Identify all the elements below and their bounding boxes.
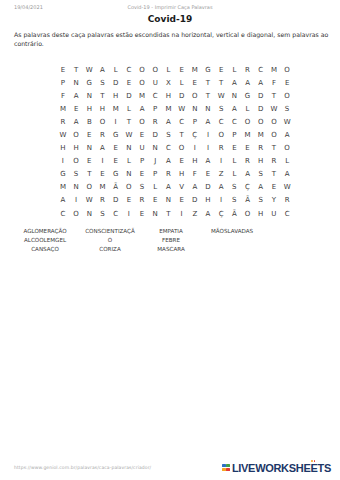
grid-cell-r1c2[interactable]: T bbox=[70, 63, 83, 76]
grid-cell-r8c5[interactable]: E bbox=[109, 155, 122, 168]
grid-cell-r7c3[interactable]: N bbox=[83, 142, 96, 155]
grid-cell-r9c4[interactable]: E bbox=[96, 168, 109, 181]
grid-cell-r5c15[interactable]: O bbox=[241, 115, 254, 128]
grid-cell-r11c13[interactable]: I bbox=[215, 194, 228, 207]
grid-cell-r9c5[interactable]: G bbox=[109, 168, 122, 181]
grid-cell-r8c17[interactable]: R bbox=[267, 155, 280, 168]
grid-cell-r3c17[interactable]: T bbox=[267, 89, 280, 102]
puzzle-instructions: As palavras deste caça palavras estão es… bbox=[14, 31, 332, 49]
grid-cell-r12c16[interactable]: H bbox=[254, 207, 267, 220]
grid-cell-r4c1[interactable]: M bbox=[56, 102, 69, 115]
grid-cell-r2c10[interactable]: L bbox=[175, 76, 188, 89]
grid-cell-r4c5[interactable]: M bbox=[109, 102, 122, 115]
grid-cell-r5c2[interactable]: A bbox=[70, 115, 83, 128]
grid-cell-r10c14[interactable]: S bbox=[228, 181, 241, 194]
grid-cell-r4c10[interactable]: W bbox=[175, 102, 188, 115]
grid-cell-r6c15[interactable]: M bbox=[241, 128, 254, 141]
grid-cell-r7c9[interactable]: C bbox=[162, 142, 175, 155]
grid-cell-r5c1[interactable]: R bbox=[56, 115, 69, 128]
grid-cell-r4c6[interactable]: L bbox=[122, 102, 135, 115]
word-list-item: MÃOSLAVADAS bbox=[200, 227, 264, 236]
grid-cell-r1c1[interactable]: E bbox=[56, 63, 69, 76]
grid-cell-r8c14[interactable]: L bbox=[228, 155, 241, 168]
grid-cell-r3c16[interactable]: D bbox=[254, 89, 267, 102]
grid-cell-r1c18[interactable]: O bbox=[281, 63, 294, 76]
grid-cell-r6c1[interactable]: W bbox=[56, 128, 69, 141]
grid-cell-r11c11[interactable]: D bbox=[188, 194, 201, 207]
grid-cell-r3c3[interactable]: N bbox=[83, 89, 96, 102]
grid-cell-r8c15[interactable]: R bbox=[241, 155, 254, 168]
puzzle-title: Covid-19 bbox=[0, 14, 340, 24]
grid-cell-r8c7[interactable]: P bbox=[135, 155, 148, 168]
grid-cell-r10c1[interactable]: M bbox=[56, 181, 69, 194]
grid-cell-r7c5[interactable]: E bbox=[109, 142, 122, 155]
grid-cell-r5c5[interactable]: I bbox=[109, 115, 122, 128]
grid-cell-r10c7[interactable]: S bbox=[135, 181, 148, 194]
grid-cell-r2c5[interactable]: D bbox=[109, 76, 122, 89]
grid-cell-r4c8[interactable]: P bbox=[149, 102, 162, 115]
grid-cell-r2c8[interactable]: U bbox=[149, 76, 162, 89]
grid-cell-r5c3[interactable]: B bbox=[83, 115, 96, 128]
grid-cell-r11c15[interactable]: Ã bbox=[241, 194, 254, 207]
grid-cell-r1c13[interactable]: E bbox=[215, 63, 228, 76]
grid-cell-r1c5[interactable]: L bbox=[109, 63, 122, 76]
grid-cell-r10c15[interactable]: Ç bbox=[241, 181, 254, 194]
grid-cell-r2c18[interactable]: E bbox=[281, 76, 294, 89]
grid-cell-r2c3[interactable]: G bbox=[83, 76, 96, 89]
grid-cell-r1c6[interactable]: C bbox=[122, 63, 135, 76]
grid-cell-r2c11[interactable]: E bbox=[188, 76, 201, 89]
grid-cell-r1c4[interactable]: A bbox=[96, 63, 109, 76]
grid-cell-r5c7[interactable]: O bbox=[135, 115, 148, 128]
grid-cell-r1c16[interactable]: C bbox=[254, 63, 267, 76]
grid-cell-r12c5[interactable]: C bbox=[109, 207, 122, 220]
grid-cell-r7c6[interactable]: N bbox=[122, 142, 135, 155]
grid-cell-r9c18[interactable]: A bbox=[281, 168, 294, 181]
grid-cell-r11c18[interactable]: R bbox=[281, 194, 294, 207]
grid-cell-r3c11[interactable]: O bbox=[188, 89, 201, 102]
grid-cell-r5c8[interactable]: R bbox=[149, 115, 162, 128]
word-list-column-4: MÃOSLAVADAS bbox=[200, 227, 264, 254]
grid-cell-r6c8[interactable]: D bbox=[149, 128, 162, 141]
grid-cell-r8c6[interactable]: L bbox=[122, 155, 135, 168]
grid-cell-r12c9[interactable]: T bbox=[162, 207, 175, 220]
grid-cell-r8c1[interactable]: I bbox=[56, 155, 69, 168]
grid-cell-r3c8[interactable]: C bbox=[149, 89, 162, 102]
grid-cell-r1c17[interactable]: M bbox=[267, 63, 280, 76]
grid-cell-r6c9[interactable]: S bbox=[162, 128, 175, 141]
grid-cell-r3c10[interactable]: D bbox=[175, 89, 188, 102]
grid-cell-r12c8[interactable]: N bbox=[149, 207, 162, 220]
grid-cell-r9c3[interactable]: T bbox=[83, 168, 96, 181]
grid-cell-r9c16[interactable]: S bbox=[254, 168, 267, 181]
grid-cell-r6c14[interactable]: P bbox=[228, 128, 241, 141]
word-list-item: FEBRE bbox=[142, 236, 200, 245]
word-list-item: MASCARA bbox=[142, 245, 200, 254]
grid-cell-r11c12[interactable]: H bbox=[201, 194, 214, 207]
grid-cell-r3c5[interactable]: H bbox=[109, 89, 122, 102]
grid-cell-r4c11[interactable]: N bbox=[188, 102, 201, 115]
grid-cell-r10c11[interactable]: A bbox=[188, 181, 201, 194]
grid-cell-r12c12[interactable]: A bbox=[201, 207, 214, 220]
grid-cell-r4c7[interactable]: A bbox=[135, 102, 148, 115]
grid-cell-r6c11[interactable]: Ç bbox=[188, 128, 201, 141]
liveworksheets-logo[interactable]: LIVEWORKSHEETS bbox=[222, 462, 331, 474]
grid-cell-r3c14[interactable]: N bbox=[228, 89, 241, 102]
grid-cell-r1c8[interactable]: O bbox=[149, 63, 162, 76]
grid-cell-r12c4[interactable]: S bbox=[96, 207, 109, 220]
word-list-item: CONSCIENTIZAÇÃ bbox=[78, 227, 142, 236]
brand-text-part: LIVEWORKSHE bbox=[232, 462, 311, 474]
grid-cell-r8c8[interactable]: J bbox=[149, 155, 162, 168]
grid-cell-r11c3[interactable]: W bbox=[83, 194, 96, 207]
grid-cell-r11c14[interactable]: S bbox=[228, 194, 241, 207]
grid-cell-r11c1[interactable]: A bbox=[56, 194, 69, 207]
grid-cell-r11c9[interactable]: N bbox=[162, 194, 175, 207]
grid-cell-r8c3[interactable]: E bbox=[83, 155, 96, 168]
grid-cell-r5c17[interactable]: O bbox=[267, 115, 280, 128]
grid-cell-r8c18[interactable]: L bbox=[281, 155, 294, 168]
word-list-item: EMPATIA bbox=[142, 227, 200, 236]
grid-cell-r10c8[interactable]: L bbox=[149, 181, 162, 194]
grid-cell-r8c2[interactable]: O bbox=[70, 155, 83, 168]
grid-cell-r2c16[interactable]: A bbox=[254, 76, 267, 89]
grid-cell-r7c2[interactable]: H bbox=[70, 142, 83, 155]
word-list-column-3: EMPATIAFEBREMASCARA bbox=[142, 227, 200, 254]
grid-cell-r3c2[interactable]: A bbox=[70, 89, 83, 102]
word-list: AGLOMERAÇÃOALCOOLEMGELCANSAÇOCONSCIENTIZ… bbox=[12, 227, 264, 254]
grid-cell-r11c8[interactable]: E bbox=[149, 194, 162, 207]
grid-cell-r3c1[interactable]: F bbox=[56, 89, 69, 102]
grid-cell-r7c15[interactable]: E bbox=[241, 142, 254, 155]
grid-cell-r5c18[interactable]: W bbox=[281, 115, 294, 128]
grid-cell-r12c18[interactable]: C bbox=[281, 207, 294, 220]
grid-cell-r6c18[interactable]: A bbox=[281, 128, 294, 141]
grid-cell-r9c15[interactable]: A bbox=[241, 168, 254, 181]
grid-cell-r7c18[interactable]: O bbox=[281, 142, 294, 155]
grid-cell-r7c13[interactable]: R bbox=[215, 142, 228, 155]
grid-cell-r2c1[interactable]: P bbox=[56, 76, 69, 89]
grid-cell-r12c3[interactable]: N bbox=[83, 207, 96, 220]
grid-cell-r9c8[interactable]: P bbox=[149, 168, 162, 181]
grid-cell-r10c10[interactable]: V bbox=[175, 181, 188, 194]
print-header: 19/04/2021 Covid-19 - Imprimir Caça Pala… bbox=[0, 4, 340, 14]
grid-cell-r10c6[interactable]: O bbox=[122, 181, 135, 194]
grid-cell-r1c10[interactable]: E bbox=[175, 63, 188, 76]
grid-cell-r9c13[interactable]: Z bbox=[215, 168, 228, 181]
word-search-grid[interactable]: ETWALCOOLEMGELRCMOPNGSDEOUXLETTAAAFEFANT… bbox=[5, 63, 340, 220]
grid-cell-r6c6[interactable]: W bbox=[122, 128, 135, 141]
grid-cell-r2c17[interactable]: F bbox=[267, 76, 280, 89]
grid-cell-r1c14[interactable]: L bbox=[228, 63, 241, 76]
grid-cell-r6c7[interactable]: E bbox=[135, 128, 148, 141]
grid-cell-r7c12[interactable]: I bbox=[201, 142, 214, 155]
grid-cell-r10c17[interactable]: E bbox=[267, 181, 280, 194]
grid-cell-r4c15[interactable]: L bbox=[241, 102, 254, 115]
grid-cell-r11c4[interactable]: R bbox=[96, 194, 109, 207]
word-list-item: O bbox=[78, 236, 142, 245]
grid-cell-r9c2[interactable]: S bbox=[70, 168, 83, 181]
grid-cell-r2c7[interactable]: O bbox=[135, 76, 148, 89]
grid-cell-r8c4[interactable]: I bbox=[96, 155, 109, 168]
grid-cell-r6c13[interactable]: O bbox=[215, 128, 228, 141]
grid-cell-r10c18[interactable]: W bbox=[281, 181, 294, 194]
grid-cell-r12c10[interactable]: I bbox=[175, 207, 188, 220]
grid-cell-r2c9[interactable]: X bbox=[162, 76, 175, 89]
grid-cell-r3c6[interactable]: D bbox=[122, 89, 135, 102]
grid-cell-r5c12[interactable]: A bbox=[201, 115, 214, 128]
grid-cell-r1c7[interactable]: O bbox=[135, 63, 148, 76]
grid-cell-r11c10[interactable]: E bbox=[175, 194, 188, 207]
grid-cell-r11c7[interactable]: R bbox=[135, 194, 148, 207]
grid-cell-r6c10[interactable]: T bbox=[175, 128, 188, 141]
grid-cell-r6c4[interactable]: R bbox=[96, 128, 109, 141]
grid-cell-r12c1[interactable]: C bbox=[56, 207, 69, 220]
brand-dotted-e: E bbox=[310, 462, 317, 474]
grid-cell-r9c6[interactable]: N bbox=[122, 168, 135, 181]
grid-cell-r9c7[interactable]: E bbox=[135, 168, 148, 181]
grid-cell-r7c17[interactable]: T bbox=[267, 142, 280, 155]
grid-cell-r4c2[interactable]: E bbox=[70, 102, 83, 115]
grid-cell-r12c2[interactable]: O bbox=[70, 207, 83, 220]
grid-cell-r1c11[interactable]: M bbox=[188, 63, 201, 76]
word-list-item: ALCOOLEMGEL bbox=[12, 236, 78, 245]
grid-cell-r8c16[interactable]: H bbox=[254, 155, 267, 168]
grid-cell-r2c13[interactable]: T bbox=[215, 76, 228, 89]
grid-cell-r3c12[interactable]: T bbox=[201, 89, 214, 102]
print-doc-title: Covid-19 - Imprimir Caça Palavras bbox=[0, 4, 340, 10]
grid-cell-r4c17[interactable]: W bbox=[267, 102, 280, 115]
grid-cell-r12c7[interactable]: E bbox=[135, 207, 148, 220]
grid-cell-r7c14[interactable]: E bbox=[228, 142, 241, 155]
grid-cell-r9c10[interactable]: H bbox=[175, 168, 188, 181]
grid-cell-r11c16[interactable]: S bbox=[254, 194, 267, 207]
grid-cell-r1c3[interactable]: W bbox=[83, 63, 96, 76]
grid-cell-r4c14[interactable]: A bbox=[228, 102, 241, 115]
grid-cell-r1c9[interactable]: L bbox=[162, 63, 175, 76]
grid-cell-r5c13[interactable]: C bbox=[215, 115, 228, 128]
grid-cell-r7c1[interactable]: H bbox=[56, 142, 69, 155]
grid-cell-r6c2[interactable]: O bbox=[70, 128, 83, 141]
grid-cell-r10c12[interactable]: D bbox=[201, 181, 214, 194]
grid-cell-r5c9[interactable]: A bbox=[162, 115, 175, 128]
worksheet-page: 19/04/2021 Covid-19 - Imprimir Caça Pala… bbox=[0, 0, 340, 480]
grid-cell-r12c13[interactable]: Ç bbox=[215, 207, 228, 220]
grid-cell-r1c15[interactable]: R bbox=[241, 63, 254, 76]
source-url: https://www.geniol.com.br/palavras/caca-… bbox=[14, 465, 151, 470]
grid-cell-r4c16[interactable]: D bbox=[254, 102, 267, 115]
grid-cell-r12c6[interactable]: I bbox=[122, 207, 135, 220]
word-list-column-1: AGLOMERAÇÃOALCOOLEMGELCANSAÇO bbox=[12, 227, 78, 254]
grid-cell-r10c13[interactable]: A bbox=[215, 181, 228, 194]
word-list-item: CORIZA bbox=[78, 245, 142, 254]
grid-cell-r12c11[interactable]: Z bbox=[188, 207, 201, 220]
grid-cell-r11c17[interactable]: Y bbox=[267, 194, 280, 207]
grid-cell-r9c17[interactable]: T bbox=[267, 168, 280, 181]
grid-cell-r2c4[interactable]: S bbox=[96, 76, 109, 89]
grid-cell-r2c2[interactable]: N bbox=[70, 76, 83, 89]
grid-cell-r2c12[interactable]: T bbox=[201, 76, 214, 89]
grid-cell-r7c10[interactable]: O bbox=[175, 142, 188, 155]
grid-cell-r5c14[interactable]: C bbox=[228, 115, 241, 128]
grid-cell-r3c18[interactable]: O bbox=[281, 89, 294, 102]
grid-cell-r8c10[interactable]: E bbox=[175, 155, 188, 168]
grid-cell-r5c6[interactable]: T bbox=[122, 115, 135, 128]
grid-cell-r9c1[interactable]: G bbox=[56, 168, 69, 181]
grid-cell-r2c6[interactable]: E bbox=[122, 76, 135, 89]
grid-cell-r11c2[interactable]: I bbox=[70, 194, 83, 207]
grid-cell-r2c14[interactable]: A bbox=[228, 76, 241, 89]
grid-cell-r7c16[interactable]: R bbox=[254, 142, 267, 155]
grid-cell-r8c9[interactable]: A bbox=[162, 155, 175, 168]
grid-cell-r3c7[interactable]: M bbox=[135, 89, 148, 102]
grid-cell-r3c9[interactable]: H bbox=[162, 89, 175, 102]
grid-cell-r9c9[interactable]: R bbox=[162, 168, 175, 181]
grid-cell-r6c5[interactable]: G bbox=[109, 128, 122, 141]
grid-cell-r6c12[interactable]: I bbox=[201, 128, 214, 141]
grid-cell-r8c11[interactable]: H bbox=[188, 155, 201, 168]
grid-cell-r9c12[interactable]: E bbox=[201, 168, 214, 181]
grid-cell-r12c17[interactable]: U bbox=[267, 207, 280, 220]
grid-cell-r12c15[interactable]: O bbox=[241, 207, 254, 220]
grid-cell-r4c13[interactable]: S bbox=[215, 102, 228, 115]
grid-cell-r10c2[interactable]: N bbox=[70, 181, 83, 194]
grid-cell-r11c6[interactable]: E bbox=[122, 194, 135, 207]
grid-cell-r9c11[interactable]: F bbox=[188, 168, 201, 181]
grid-cell-r4c4[interactable]: H bbox=[96, 102, 109, 115]
word-list-item: CANSAÇO bbox=[12, 245, 78, 254]
grid-cell-r4c9[interactable]: M bbox=[162, 102, 175, 115]
grid-cell-r10c4[interactable]: M bbox=[96, 181, 109, 194]
grid-cell-r9c14[interactable]: L bbox=[228, 168, 241, 181]
grid-cell-r5c10[interactable]: C bbox=[175, 115, 188, 128]
grid-cell-r4c18[interactable]: S bbox=[281, 102, 294, 115]
grid-cell-r6c3[interactable]: E bbox=[83, 128, 96, 141]
grid-cell-r7c8[interactable]: N bbox=[149, 142, 162, 155]
grid-cell-r10c3[interactable]: O bbox=[83, 181, 96, 194]
grid-cell-r1c12[interactable]: G bbox=[201, 63, 214, 76]
grid-cell-r2c15[interactable]: A bbox=[241, 76, 254, 89]
grid-cell-r12c14[interactable]: Ã bbox=[228, 207, 241, 220]
grid-cell-r5c4[interactable]: O bbox=[96, 115, 109, 128]
grid-cell-r7c7[interactable]: U bbox=[135, 142, 148, 155]
word-list-item: AGLOMERAÇÃO bbox=[12, 227, 78, 236]
grid-cell-r4c12[interactable]: N bbox=[201, 102, 214, 115]
grid-cell-r10c16[interactable]: A bbox=[254, 181, 267, 194]
brand-text-part: TS bbox=[318, 462, 331, 474]
grid-cell-r11c5[interactable]: D bbox=[109, 194, 122, 207]
grid-cell-r4c3[interactable]: H bbox=[83, 102, 96, 115]
grid-cell-r7c4[interactable]: A bbox=[96, 142, 109, 155]
grid-cell-r6c16[interactable]: M bbox=[254, 128, 267, 141]
grid-cell-r5c16[interactable]: O bbox=[254, 115, 267, 128]
grid-cell-r7c11[interactable]: I bbox=[188, 142, 201, 155]
grid-cell-r10c5[interactable]: Ã bbox=[109, 181, 122, 194]
grid-cell-r3c13[interactable]: W bbox=[215, 89, 228, 102]
grid-cell-r3c15[interactable]: G bbox=[241, 89, 254, 102]
liveworksheets-squares-icon bbox=[222, 464, 230, 472]
liveworksheets-wordmark: LIVEWORKSHEETS bbox=[232, 462, 331, 474]
grid-cell-r8c12[interactable]: A bbox=[201, 155, 214, 168]
word-list-column-2: CONSCIENTIZAÇÃOCORIZA bbox=[78, 227, 142, 254]
grid-cell-r8c13[interactable]: I bbox=[215, 155, 228, 168]
grid-cell-r5c11[interactable]: P bbox=[188, 115, 201, 128]
grid-cell-r10c9[interactable]: A bbox=[162, 181, 175, 194]
grid-cell-r3c4[interactable]: T bbox=[96, 89, 109, 102]
grid-cell-r6c17[interactable]: O bbox=[267, 128, 280, 141]
